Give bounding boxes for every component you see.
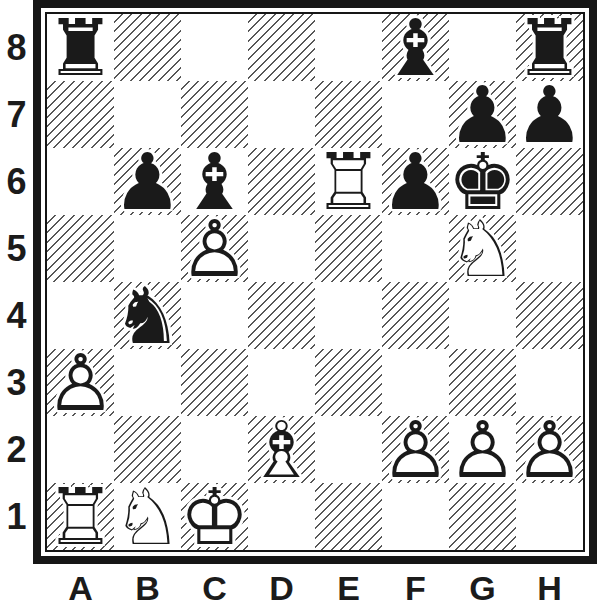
square-b3[interactable] (114, 349, 181, 416)
piece-black-knight[interactable]: ♞♞ (114, 282, 181, 349)
square-b8[interactable] (114, 14, 181, 81)
square-c4[interactable] (181, 282, 248, 349)
square-d5[interactable] (248, 215, 315, 282)
rank-label-5: 5 (0, 215, 33, 282)
piece-white-pawn[interactable]: ♟♙ (181, 215, 248, 282)
square-c5[interactable]: ♟♙ (181, 215, 248, 282)
square-h4[interactable] (516, 282, 583, 349)
rank-label-8: 8 (0, 14, 33, 81)
piece-white-king[interactable]: ♚♔ (181, 483, 248, 550)
square-e6[interactable]: ♜♖ (315, 148, 382, 215)
file-label-a: A (47, 564, 114, 606)
square-e3[interactable] (315, 349, 382, 416)
piece-black-pawn[interactable]: ♟♟ (516, 81, 583, 148)
file-label-b: B (114, 564, 181, 606)
square-a3[interactable]: ♟♙ (47, 349, 114, 416)
piece-black-bishop[interactable]: ♝♝ (382, 14, 449, 81)
square-a6[interactable] (47, 148, 114, 215)
file-label-h: H (516, 564, 583, 606)
white-pawn-icon: ♙ (180, 210, 250, 288)
square-f8[interactable]: ♝♝ (382, 14, 449, 81)
rank-label-2: 2 (0, 416, 33, 483)
square-a1[interactable]: ♜♖ (47, 483, 114, 550)
square-d6[interactable] (248, 148, 315, 215)
square-e5[interactable] (315, 215, 382, 282)
board-inner-frame: ♜♜♝♝♜♜♟♟♟♟♟♟♝♝♜♖♟♟♚♚♟♙♞♘♞♞♟♙♝♗♟♙♟♙♟♙♜♖♞♘… (45, 12, 585, 552)
piece-white-pawn[interactable]: ♟♙ (382, 416, 449, 483)
piece-white-pawn[interactable]: ♟♙ (516, 416, 583, 483)
corner-spacer (0, 564, 33, 606)
white-pawn-icon: ♙ (515, 411, 585, 489)
white-king-icon: ♔ (180, 478, 250, 556)
square-h7[interactable]: ♟♟ (516, 81, 583, 148)
square-h2[interactable]: ♟♙ (516, 416, 583, 483)
rank-labels: 87654321 (0, 0, 33, 564)
piece-black-rook[interactable]: ♜♜ (47, 14, 114, 81)
white-rook-icon: ♖ (314, 143, 384, 221)
piece-black-pawn[interactable]: ♟♟ (114, 148, 181, 215)
square-a5[interactable] (47, 215, 114, 282)
piece-white-knight[interactable]: ♞♘ (114, 483, 181, 550)
square-f4[interactable] (382, 282, 449, 349)
black-bishop-icon: ♝ (381, 9, 451, 87)
file-labels: ABCDEFGH (33, 564, 597, 606)
square-f5[interactable] (382, 215, 449, 282)
square-g4[interactable] (449, 282, 516, 349)
piece-white-pawn[interactable]: ♟♙ (449, 416, 516, 483)
square-e4[interactable] (315, 282, 382, 349)
black-pawn-icon: ♟ (381, 143, 451, 221)
piece-white-bishop[interactable]: ♝♗ (248, 416, 315, 483)
square-a7[interactable] (47, 81, 114, 148)
square-c3[interactable] (181, 349, 248, 416)
square-e1[interactable] (315, 483, 382, 550)
square-d1[interactable] (248, 483, 315, 550)
file-label-c: C (181, 564, 248, 606)
black-pawn-icon: ♟ (515, 76, 585, 154)
piece-white-rook[interactable]: ♜♖ (315, 148, 382, 215)
piece-white-knight[interactable]: ♞♘ (449, 215, 516, 282)
file-label-f: F (382, 564, 449, 606)
white-rook-icon: ♖ (46, 478, 116, 556)
rank-label-6: 6 (0, 148, 33, 215)
square-e8[interactable] (315, 14, 382, 81)
white-bishop-icon: ♗ (247, 411, 317, 489)
square-g5[interactable]: ♞♘ (449, 215, 516, 282)
piece-white-pawn[interactable]: ♟♙ (47, 349, 114, 416)
white-knight-icon: ♘ (448, 210, 518, 288)
chess-diagram: 87654321 ♜♜♝♝♜♜♟♟♟♟♟♟♝♝♜♖♟♟♚♚♟♙♞♘♞♞♟♙♝♗♟… (0, 0, 597, 606)
rank-label-4: 4 (0, 282, 33, 349)
square-b6[interactable]: ♟♟ (114, 148, 181, 215)
square-h6[interactable] (516, 148, 583, 215)
square-d4[interactable] (248, 282, 315, 349)
square-d2[interactable]: ♝♗ (248, 416, 315, 483)
white-pawn-icon: ♙ (381, 411, 451, 489)
white-pawn-icon: ♙ (46, 344, 116, 422)
rank-label-3: 3 (0, 349, 33, 416)
square-f6[interactable]: ♟♟ (382, 148, 449, 215)
square-c8[interactable] (181, 14, 248, 81)
rank-label-7: 7 (0, 81, 33, 148)
piece-black-pawn[interactable]: ♟♟ (382, 148, 449, 215)
square-d7[interactable] (248, 81, 315, 148)
white-knight-icon: ♘ (113, 478, 183, 556)
square-b1[interactable]: ♞♘ (114, 483, 181, 550)
white-pawn-icon: ♙ (448, 411, 518, 489)
file-label-g: G (449, 564, 516, 606)
square-c1[interactable]: ♚♔ (181, 483, 248, 550)
square-e2[interactable] (315, 416, 382, 483)
square-d8[interactable] (248, 14, 315, 81)
square-g1[interactable] (449, 483, 516, 550)
piece-white-rook[interactable]: ♜♖ (47, 483, 114, 550)
rank-label-1: 1 (0, 483, 33, 550)
board-grid: ♜♜♝♝♜♜♟♟♟♟♟♟♝♝♜♖♟♟♚♚♟♙♞♘♞♞♟♙♝♗♟♙♟♙♟♙♜♖♞♘… (47, 14, 583, 550)
square-h1[interactable] (516, 483, 583, 550)
black-knight-icon: ♞ (113, 277, 183, 355)
square-h5[interactable] (516, 215, 583, 282)
chess-board: ♜♜♝♝♜♜♟♟♟♟♟♟♝♝♜♖♟♟♚♚♟♙♞♘♞♞♟♙♝♗♟♙♟♙♟♙♜♖♞♘… (33, 0, 597, 564)
black-rook-icon: ♜ (46, 9, 116, 87)
square-f1[interactable] (382, 483, 449, 550)
square-f2[interactable]: ♟♙ (382, 416, 449, 483)
square-a8[interactable]: ♜♜ (47, 14, 114, 81)
black-pawn-icon: ♟ (113, 143, 183, 221)
file-label-d: D (248, 564, 315, 606)
file-label-e: E (315, 564, 382, 606)
square-b4[interactable]: ♞♞ (114, 282, 181, 349)
square-g2[interactable]: ♟♙ (449, 416, 516, 483)
